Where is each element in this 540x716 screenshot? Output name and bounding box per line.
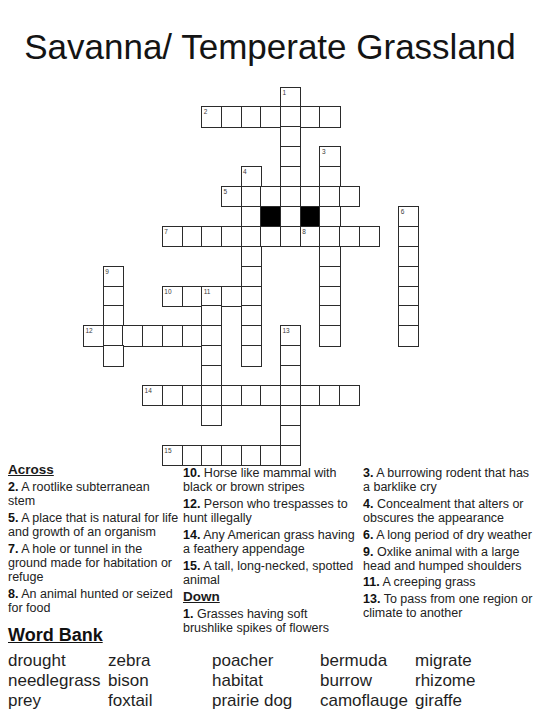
grid-cell[interactable] [103, 325, 124, 346]
clue-10: 10. Horse like mammal with black or brow… [183, 466, 359, 494]
word-bank-word: prairie dog [212, 691, 320, 711]
grid-cell[interactable] [122, 325, 143, 346]
grid-cell[interactable] [241, 106, 262, 127]
grid-cell[interactable] [103, 345, 124, 366]
clue-number: 8. [8, 587, 18, 601]
clue-6: 6. A long period of dry weather [363, 528, 535, 542]
grid-cell[interactable] [182, 226, 203, 247]
grid-cell[interactable] [398, 246, 419, 267]
word-bank-column: droughtneedlegrassprey [8, 651, 108, 711]
word-bank: Word Bank droughtneedlegrasspreyzebrabis… [8, 625, 536, 711]
clue-3: 3. A burrowing rodent that has a barklik… [363, 466, 535, 494]
word-bank-word: needlegrass [8, 671, 108, 691]
word-bank-word: habitat [212, 671, 320, 691]
grid-cell[interactable] [319, 385, 340, 406]
word-bank-word: migrate [415, 651, 475, 671]
clue-7: 7. A hole or tunnel in the ground made f… [8, 542, 180, 585]
grid-cell[interactable] [221, 286, 242, 307]
word-bank-word: bermuda [320, 651, 415, 671]
grid-cell[interactable] [162, 286, 183, 307]
grid-cell[interactable] [221, 186, 242, 207]
grid-cell[interactable] [221, 106, 242, 127]
grid-cell[interactable] [103, 305, 124, 326]
blocked-cell [300, 206, 321, 227]
grid-cell[interactable] [241, 266, 262, 287]
grid-cell[interactable] [398, 305, 419, 326]
word-bank-word: zebra [108, 651, 212, 671]
grid-cell[interactable] [241, 325, 262, 346]
grid-cell[interactable] [319, 166, 340, 187]
grid-cell[interactable] [398, 286, 419, 307]
grid-cell[interactable] [339, 226, 360, 247]
clue-number: 14. [183, 528, 200, 542]
grid-cell[interactable] [201, 365, 222, 386]
grid-cell[interactable] [398, 325, 419, 346]
grid-cell[interactable] [300, 106, 321, 127]
clue-column-middle: 10. Horse like mammal with black or brow… [183, 463, 359, 638]
grid-cell[interactable] [280, 186, 301, 207]
grid-cell[interactable] [241, 226, 262, 247]
blocked-cell [260, 206, 281, 227]
grid-cell[interactable] [280, 345, 301, 366]
word-bank-word: burrow [320, 671, 415, 691]
clue-2: 2. A rootlike subterranean stem [8, 480, 180, 508]
clue-number: 2. [8, 480, 18, 494]
grid-cell[interactable] [319, 146, 340, 167]
grid-cell[interactable] [280, 206, 301, 227]
clue-column-left: Across 2. A rootlike subterranean stem5.… [8, 463, 180, 618]
grid-cell[interactable] [241, 305, 262, 326]
clue-15: 15. A tall, long-necked, spotted animal [183, 559, 359, 587]
grid-cell[interactable] [182, 385, 203, 406]
clue-column-right: 3. A burrowing rodent that has a barklik… [363, 463, 535, 623]
grid-cell[interactable] [260, 226, 281, 247]
grid-cell[interactable] [319, 266, 340, 287]
grid-cell[interactable] [162, 325, 183, 346]
word-bank-word: prey [8, 691, 108, 711]
word-bank-header: Word Bank [8, 625, 536, 646]
grid-cell[interactable] [319, 226, 340, 247]
clue-4: 4. Concealment that alters or obscures t… [363, 497, 535, 525]
grid-cell[interactable] [83, 325, 104, 346]
down-header: Down [183, 590, 359, 604]
clue-number: 11. [363, 575, 380, 589]
grid-cell[interactable] [221, 226, 242, 247]
grid-cell[interactable] [241, 286, 262, 307]
grid-cell[interactable] [398, 206, 419, 227]
grid-cell[interactable] [241, 246, 262, 267]
grid-cell[interactable] [280, 126, 301, 147]
grid-cell[interactable] [260, 385, 281, 406]
word-bank-column: poacherhabitatprairie dog [212, 651, 320, 711]
clue-number: 7. [8, 542, 18, 556]
word-bank-word: giraffe [415, 691, 475, 711]
clue-number: 13. [363, 592, 380, 606]
clue-12: 12. Person who trespasses to hunt illega… [183, 497, 359, 525]
clue-number: 3. [363, 466, 373, 480]
clue-number: 9. [363, 545, 373, 559]
grid-cell[interactable] [280, 365, 301, 386]
word-bank-column: migraterhizomegiraffe [415, 651, 475, 711]
clue-11: 11. A creeping grass [363, 575, 535, 589]
grid-cell[interactable] [319, 206, 340, 227]
grid-cell[interactable] [201, 405, 222, 426]
grid-cell[interactable] [201, 345, 222, 366]
grid-cell[interactable] [182, 286, 203, 307]
clue-number: 12. [183, 497, 200, 511]
grid-cell[interactable] [280, 226, 301, 247]
clue-9: 9. Oxlike animal with a large head and h… [363, 545, 535, 573]
grid-cell[interactable] [142, 325, 163, 346]
clue-5: 5. A place that is natural for life and … [8, 511, 180, 539]
word-bank-word: poacher [212, 651, 320, 671]
grid-cell[interactable] [300, 385, 321, 406]
grid-cell[interactable] [280, 325, 301, 346]
clue-14: 14. Any American grass having a feathery… [183, 528, 359, 556]
grid-cell[interactable] [319, 305, 340, 326]
grid-cell[interactable] [280, 425, 301, 446]
grid-cell[interactable] [241, 385, 262, 406]
word-bank-word: foxtail [108, 691, 212, 711]
word-bank-word: drought [8, 651, 108, 671]
grid-cell[interactable] [280, 87, 301, 108]
grid-cell[interactable] [319, 246, 340, 267]
grid-cell[interactable] [201, 106, 222, 127]
grid-cell[interactable] [280, 166, 301, 187]
grid-cell[interactable] [300, 226, 321, 247]
grid-cell[interactable] [201, 385, 222, 406]
word-bank-column: zebrabisonfoxtail [108, 651, 212, 711]
word-bank-column: bermudaburrowcamoflauge [320, 651, 415, 711]
grid-cell[interactable] [398, 226, 419, 247]
grid-cell[interactable] [142, 385, 163, 406]
word-bank-word: bison [108, 671, 212, 691]
grid-cell[interactable] [398, 266, 419, 287]
clue-number: 10. [183, 466, 200, 480]
word-bank-word: rhizome [415, 671, 475, 691]
grid-cell[interactable] [359, 226, 380, 247]
crossword-grid: 123456789101112131415 [0, 0, 540, 465]
grid-cell[interactable] [241, 206, 262, 227]
word-bank-word: camoflauge [320, 691, 415, 711]
grid-cell[interactable] [319, 286, 340, 307]
grid-cell[interactable] [201, 226, 222, 247]
clue-13: 13. To pass from one region or climate t… [363, 592, 535, 620]
grid-cell[interactable] [280, 146, 301, 167]
grid-cell[interactable] [319, 186, 340, 207]
grid-cell[interactable] [241, 166, 262, 187]
clue-number: 6. [363, 528, 373, 542]
grid-cell[interactable] [300, 186, 321, 207]
grid-cell[interactable] [221, 385, 242, 406]
grid-cell[interactable] [319, 106, 340, 127]
crossword-worksheet: Savanna/ Temperate Grassland 12345678910… [0, 0, 540, 716]
grid-cell[interactable] [201, 325, 222, 346]
grid-cell[interactable] [241, 345, 262, 366]
grid-cell[interactable] [241, 186, 262, 207]
clue-number: 5. [8, 511, 18, 525]
grid-cell[interactable] [260, 186, 281, 207]
grid-cell[interactable] [182, 325, 203, 346]
grid-cell[interactable] [280, 385, 301, 406]
clue-number: 4. [363, 497, 373, 511]
grid-cell[interactable] [162, 226, 183, 247]
grid-cell[interactable] [162, 385, 183, 406]
across-header: Across [8, 463, 180, 477]
grid-cell[interactable] [319, 325, 340, 346]
grid-cell[interactable] [280, 405, 301, 426]
clue-number: 15. [183, 559, 200, 573]
grid-cell[interactable] [201, 305, 222, 326]
grid-cell[interactable] [201, 286, 222, 307]
grid-cell[interactable] [280, 106, 301, 127]
grid-cell[interactable] [103, 286, 124, 307]
grid-cell[interactable] [260, 106, 281, 127]
grid-cell[interactable] [103, 266, 124, 287]
clue-8: 8. An animal hunted or seized for food [8, 587, 180, 615]
clue-number: 1. [183, 607, 193, 621]
grid-cell[interactable] [339, 186, 360, 207]
grid-cell[interactable] [339, 385, 360, 406]
